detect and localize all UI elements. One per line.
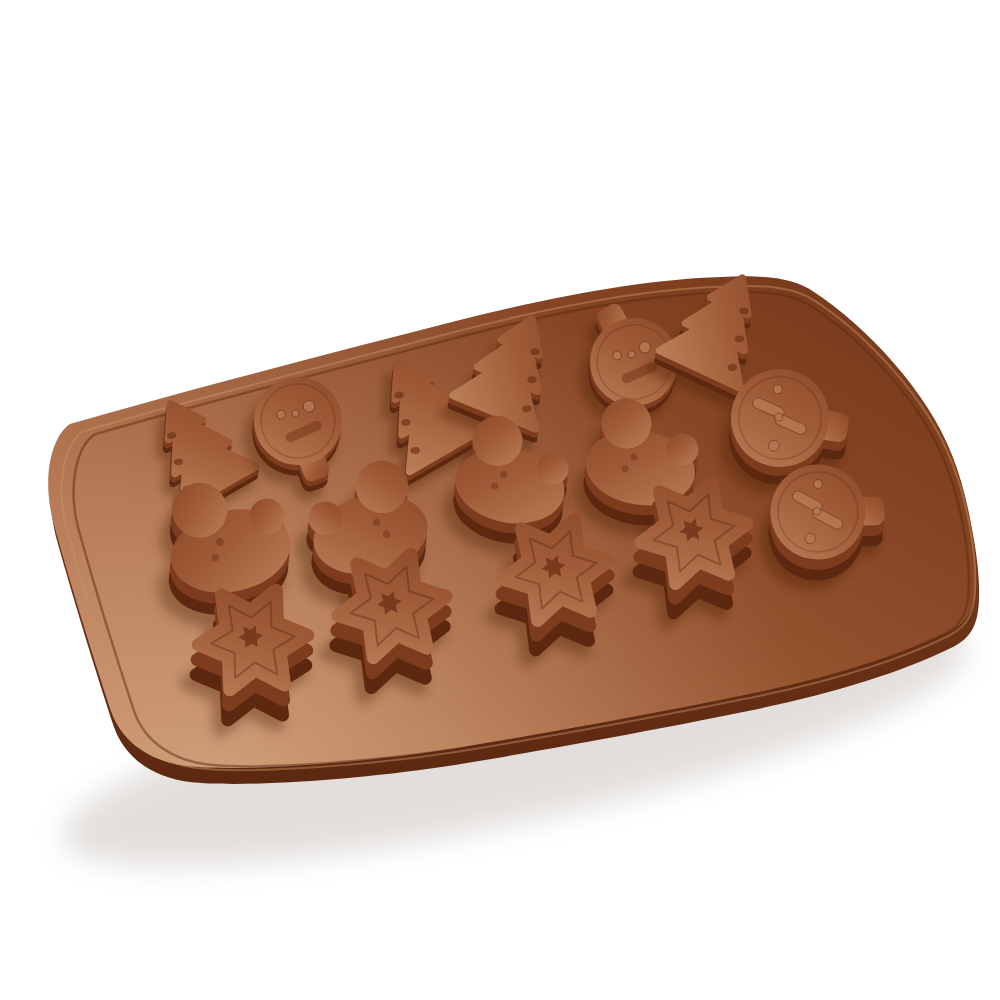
chocolate-mold-photo [0,0,1000,1000]
product-photo [0,0,1000,1000]
